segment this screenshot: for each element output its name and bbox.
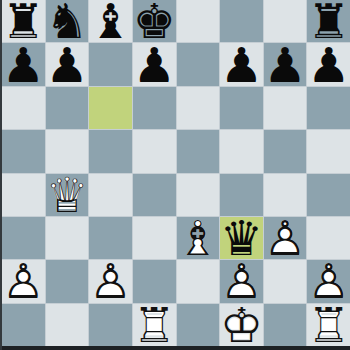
square-h7[interactable]: ♟: [307, 43, 350, 85]
square-g3[interactable]: ♟♙: [264, 217, 307, 259]
piece-fill-glyph: ♚: [133, 0, 176, 42]
square-a8[interactable]: ♜: [2, 0, 45, 42]
square-g7[interactable]: ♟: [264, 43, 307, 85]
square-f4[interactable]: [220, 174, 263, 216]
white-pawn-piece[interactable]: ♟♙: [264, 217, 307, 259]
square-c3[interactable]: [89, 217, 132, 259]
square-h5[interactable]: [307, 130, 350, 172]
square-b7[interactable]: ♟: [46, 43, 89, 85]
square-c2[interactable]: ♟♙: [89, 260, 132, 302]
square-c5[interactable]: [89, 130, 132, 172]
black-king-piece[interactable]: ♚: [133, 0, 176, 42]
white-bishop-piece[interactable]: ♝♗: [177, 217, 220, 259]
piece-fill-glyph: ♝: [177, 217, 220, 259]
black-pawn-piece[interactable]: ♟: [307, 43, 350, 85]
square-f5[interactable]: [220, 130, 263, 172]
black-pawn-piece[interactable]: ♟: [220, 43, 263, 85]
black-pawn-piece[interactable]: ♟: [46, 43, 89, 85]
square-d2[interactable]: [133, 260, 176, 302]
piece-outline-glyph: ♙: [2, 260, 45, 302]
square-d3[interactable]: [133, 217, 176, 259]
square-e1[interactable]: [177, 304, 220, 346]
square-g8[interactable]: [264, 0, 307, 42]
square-a2[interactable]: ♟♙: [2, 260, 45, 302]
square-g4[interactable]: [264, 174, 307, 216]
square-b8[interactable]: ♞: [46, 0, 89, 42]
piece-fill-glyph: ♟: [220, 43, 263, 85]
square-e2[interactable]: [177, 260, 220, 302]
piece-fill-glyph: ♟: [307, 260, 350, 302]
square-a4[interactable]: [2, 174, 45, 216]
square-c6[interactable]: [89, 87, 132, 129]
square-e4[interactable]: [177, 174, 220, 216]
piece-fill-glyph: ♜: [2, 0, 45, 42]
square-d7[interactable]: ♟: [133, 43, 176, 85]
square-a3[interactable]: [2, 217, 45, 259]
square-c8[interactable]: ♝: [89, 0, 132, 42]
white-pawn-piece[interactable]: ♟♙: [89, 260, 132, 302]
piece-fill-glyph: ♞: [46, 0, 89, 42]
square-f6[interactable]: [220, 87, 263, 129]
square-e8[interactable]: [177, 0, 220, 42]
square-c7[interactable]: [89, 43, 132, 85]
square-b2[interactable]: [46, 260, 89, 302]
black-queen-piece[interactable]: ♛: [220, 217, 263, 259]
piece-outline-glyph: ♔: [220, 304, 263, 346]
square-f3[interactable]: ♛: [220, 217, 263, 259]
square-g1[interactable]: [264, 304, 307, 346]
square-b3[interactable]: [46, 217, 89, 259]
piece-fill-glyph: ♝: [89, 0, 132, 42]
piece-outline-glyph: ♙: [89, 260, 132, 302]
square-b5[interactable]: [46, 130, 89, 172]
piece-outline-glyph: ♖: [307, 304, 350, 346]
white-pawn-piece[interactable]: ♟♙: [220, 260, 263, 302]
square-h3[interactable]: [307, 217, 350, 259]
piece-fill-glyph: ♟: [220, 260, 263, 302]
square-f1[interactable]: ♚♔: [220, 304, 263, 346]
square-h2[interactable]: ♟♙: [307, 260, 350, 302]
piece-fill-glyph: ♟: [307, 43, 350, 85]
square-h6[interactable]: [307, 87, 350, 129]
piece-fill-glyph: ♜: [307, 304, 350, 346]
black-pawn-piece[interactable]: ♟: [264, 43, 307, 85]
black-rook-piece[interactable]: ♜: [307, 0, 350, 42]
square-d5[interactable]: [133, 130, 176, 172]
square-b6[interactable]: [46, 87, 89, 129]
black-pawn-piece[interactable]: ♟: [133, 43, 176, 85]
square-g5[interactable]: [264, 130, 307, 172]
square-g6[interactable]: [264, 87, 307, 129]
piece-fill-glyph: ♟: [89, 260, 132, 302]
square-a1[interactable]: [2, 304, 45, 346]
piece-fill-glyph: ♛: [46, 174, 89, 216]
square-f2[interactable]: ♟♙: [220, 260, 263, 302]
black-pawn-piece[interactable]: ♟: [2, 43, 45, 85]
square-h8[interactable]: ♜: [307, 0, 350, 42]
black-rook-piece[interactable]: ♜: [2, 0, 45, 42]
piece-fill-glyph: ♜: [307, 0, 350, 42]
square-e6[interactable]: [177, 87, 220, 129]
chess-board: ♜♞♝♚♜♟♟♟♟♟♟♛♕♝♗♛♟♙♟♙♟♙♟♙♟♙♜♖♚♔♜♖: [2, 0, 350, 346]
square-d4[interactable]: [133, 174, 176, 216]
piece-fill-glyph: ♜: [133, 304, 176, 346]
square-f8[interactable]: [220, 0, 263, 42]
piece-outline-glyph: ♙: [264, 217, 307, 259]
piece-fill-glyph: ♚: [220, 304, 263, 346]
piece-fill-glyph: ♛: [220, 217, 263, 259]
white-rook-piece[interactable]: ♜♖: [133, 304, 176, 346]
square-g2[interactable]: [264, 260, 307, 302]
piece-fill-glyph: ♟: [2, 43, 45, 85]
piece-outline-glyph: ♗: [177, 217, 220, 259]
square-c1[interactable]: [89, 304, 132, 346]
piece-outline-glyph: ♖: [133, 304, 176, 346]
square-f7[interactable]: ♟: [220, 43, 263, 85]
white-queen-piece[interactable]: ♛♕: [46, 174, 89, 216]
square-e5[interactable]: [177, 130, 220, 172]
white-pawn-piece[interactable]: ♟♙: [307, 260, 350, 302]
square-h4[interactable]: [307, 174, 350, 216]
white-king-piece[interactable]: ♚♔: [220, 304, 263, 346]
square-d6[interactable]: [133, 87, 176, 129]
square-d1[interactable]: ♜♖: [133, 304, 176, 346]
board-frame: ♜♞♝♚♜♟♟♟♟♟♟♛♕♝♗♛♟♙♟♙♟♙♟♙♟♙♜♖♚♔♜♖: [0, 0, 350, 350]
square-a6[interactable]: [2, 87, 45, 129]
square-h1[interactable]: ♜♖: [307, 304, 350, 346]
piece-outline-glyph: ♙: [307, 260, 350, 302]
square-b1[interactable]: [46, 304, 89, 346]
piece-fill-glyph: ♟: [2, 260, 45, 302]
square-b4[interactable]: ♛♕: [46, 174, 89, 216]
piece-outline-glyph: ♙: [220, 260, 263, 302]
square-d8[interactable]: ♚: [133, 0, 176, 42]
piece-fill-glyph: ♟: [264, 217, 307, 259]
square-a5[interactable]: [2, 130, 45, 172]
piece-fill-glyph: ♟: [133, 43, 176, 85]
square-a7[interactable]: ♟: [2, 43, 45, 85]
white-pawn-piece[interactable]: ♟♙: [2, 260, 45, 302]
piece-outline-glyph: ♕: [46, 174, 89, 216]
square-e3[interactable]: ♝♗: [177, 217, 220, 259]
piece-fill-glyph: ♟: [46, 43, 89, 85]
white-rook-piece[interactable]: ♜♖: [307, 304, 350, 346]
square-e7[interactable]: [177, 43, 220, 85]
square-c4[interactable]: [89, 174, 132, 216]
black-knight-piece[interactable]: ♞: [46, 0, 89, 42]
black-bishop-piece[interactable]: ♝: [89, 0, 132, 42]
piece-fill-glyph: ♟: [264, 43, 307, 85]
